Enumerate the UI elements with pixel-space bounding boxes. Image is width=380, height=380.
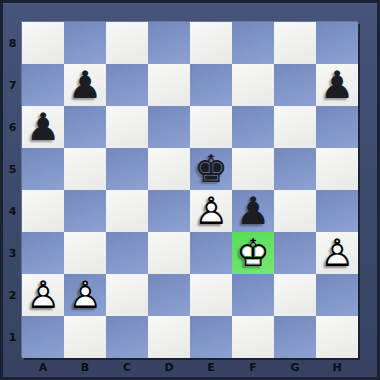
square-b8[interactable] [64,22,106,64]
square-g6[interactable] [274,106,316,148]
piece-glyph: ♙ [190,190,232,232]
square-b3[interactable] [64,232,106,274]
square-a8[interactable] [22,22,64,64]
white-pawn-icon[interactable]: ♟♙ [22,274,64,316]
square-h3[interactable]: ♟♙ [316,232,358,274]
square-g4[interactable] [274,190,316,232]
square-g7[interactable] [274,64,316,106]
piece-glyph: ♙ [64,274,106,316]
white-pawn-icon[interactable]: ♟♙ [316,232,358,274]
rank-label: 1 [3,316,22,358]
square-d6[interactable] [148,106,190,148]
piece-glyph: ♟ [316,64,358,106]
square-e5[interactable]: ♚ [190,148,232,190]
square-e2[interactable] [190,274,232,316]
rank-label: 3 [3,232,22,274]
square-e8[interactable] [190,22,232,64]
board-frame: 87654321 ABCDEFGH ♟♟♟♚♟♙♟♚♔♟♙♟♙♟♙ [3,3,377,377]
square-e6[interactable] [190,106,232,148]
piece-glyph: ♟ [64,64,106,106]
piece-glyph: ♟ [232,190,274,232]
square-c8[interactable] [106,22,148,64]
black-pawn-icon[interactable]: ♟ [316,64,358,106]
square-a1[interactable] [22,316,64,358]
square-a5[interactable] [22,148,64,190]
square-a3[interactable] [22,232,64,274]
white-king-icon[interactable]: ♚♔ [232,232,274,274]
square-b7[interactable]: ♟ [64,64,106,106]
file-label: G [274,358,316,377]
square-h7[interactable]: ♟ [316,64,358,106]
square-a6[interactable]: ♟ [22,106,64,148]
square-d1[interactable] [148,316,190,358]
square-c2[interactable] [106,274,148,316]
square-g5[interactable] [274,148,316,190]
rank-label: 7 [3,64,22,106]
square-h6[interactable] [316,106,358,148]
square-e1[interactable] [190,316,232,358]
rank-label: 5 [3,148,22,190]
file-label: A [22,358,64,377]
rank-label: 8 [3,22,22,64]
black-pawn-icon[interactable]: ♟ [64,64,106,106]
file-label: F [232,358,274,377]
square-h5[interactable] [316,148,358,190]
square-d3[interactable] [148,232,190,274]
square-f6[interactable] [232,106,274,148]
piece-glyph: ♚ [190,148,232,190]
square-g1[interactable] [274,316,316,358]
square-f8[interactable] [232,22,274,64]
square-c5[interactable] [106,148,148,190]
square-b1[interactable] [64,316,106,358]
rank-label: 2 [3,274,22,316]
square-c4[interactable] [106,190,148,232]
black-king-icon[interactable]: ♚ [190,148,232,190]
chess-board: ♟♟♟♚♟♙♟♚♔♟♙♟♙♟♙ [22,22,358,358]
square-g2[interactable] [274,274,316,316]
piece-glyph: ♟ [22,106,64,148]
black-pawn-icon[interactable]: ♟ [232,190,274,232]
square-c7[interactable] [106,64,148,106]
file-label: H [316,358,358,377]
square-b2[interactable]: ♟♙ [64,274,106,316]
square-f1[interactable] [232,316,274,358]
piece-glyph: ♙ [316,232,358,274]
square-e3[interactable] [190,232,232,274]
file-label: C [106,358,148,377]
square-f2[interactable] [232,274,274,316]
file-labels: ABCDEFGH [22,358,358,377]
rank-label: 6 [3,106,22,148]
file-label: D [148,358,190,377]
square-h8[interactable] [316,22,358,64]
square-d8[interactable] [148,22,190,64]
square-c3[interactable] [106,232,148,274]
square-a4[interactable] [22,190,64,232]
square-h4[interactable] [316,190,358,232]
chess-diagram: 87654321 ABCDEFGH ♟♟♟♚♟♙♟♚♔♟♙♟♙♟♙ [0,0,380,380]
square-b6[interactable] [64,106,106,148]
square-f3[interactable]: ♚♔ [232,232,274,274]
white-pawn-icon[interactable]: ♟♙ [64,274,106,316]
white-pawn-icon[interactable]: ♟♙ [190,190,232,232]
square-b5[interactable] [64,148,106,190]
rank-label: 4 [3,190,22,232]
file-label: B [64,358,106,377]
piece-glyph: ♙ [22,274,64,316]
square-d2[interactable] [148,274,190,316]
rank-labels: 87654321 [3,22,22,358]
file-label: E [190,358,232,377]
square-f7[interactable] [232,64,274,106]
square-e7[interactable] [190,64,232,106]
square-b4[interactable] [64,190,106,232]
square-g3[interactable] [274,232,316,274]
square-g8[interactable] [274,22,316,64]
square-e4[interactable]: ♟♙ [190,190,232,232]
square-f4[interactable]: ♟ [232,190,274,232]
square-c6[interactable] [106,106,148,148]
black-pawn-icon[interactable]: ♟ [22,106,64,148]
square-a7[interactable] [22,64,64,106]
square-d4[interactable] [148,190,190,232]
square-d7[interactable] [148,64,190,106]
piece-glyph: ♔ [232,232,274,274]
square-a2[interactable]: ♟♙ [22,274,64,316]
square-f5[interactable] [232,148,274,190]
square-h1[interactable] [316,316,358,358]
square-c1[interactable] [106,316,148,358]
square-d5[interactable] [148,148,190,190]
square-h2[interactable] [316,274,358,316]
